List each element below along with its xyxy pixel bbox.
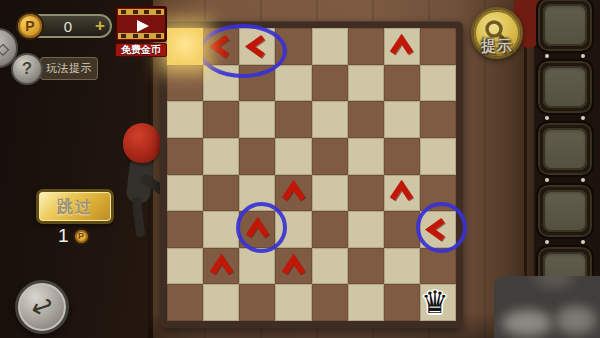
- video-player-icon: [115, 6, 167, 42]
- board-cell-r0c7[interactable]: [420, 28, 456, 65]
- board-cell-r2c7[interactable]: [420, 101, 456, 138]
- board-cell-r3c3[interactable]: [275, 138, 311, 175]
- item-slot-inner: [543, 190, 587, 232]
- board-cell-r0c0[interactable]: [167, 28, 203, 65]
- board-cell-r3c1[interactable]: [203, 138, 239, 175]
- board-cell-r2c0[interactable]: [167, 101, 203, 138]
- board-cell-r3c6[interactable]: [384, 138, 420, 175]
- board-cell-r1c5[interactable]: [348, 65, 384, 102]
- board-cell-r5c4[interactable]: [312, 211, 348, 248]
- how-to-play-label: 玩法提示: [40, 57, 98, 80]
- coin-counter-value: 0: [48, 16, 88, 36]
- add-coins-button[interactable]: +: [95, 15, 105, 37]
- board-cell-r2c2[interactable]: [239, 101, 275, 138]
- item-slot-inner: [543, 128, 587, 170]
- board-cell-r7c0[interactable]: [167, 284, 203, 321]
- game-screen: ♛ P 0 + ◇ 玩法提示 ? 免费金币 提示 跳过 1 P: [0, 0, 600, 338]
- board-cell-r3c0[interactable]: [167, 138, 203, 175]
- board-cell-r4c4[interactable]: [312, 175, 348, 212]
- coin-counter: P 0 +: [20, 14, 112, 38]
- diamond-icon: ◇: [0, 39, 9, 58]
- board-cell-r5c2[interactable]: [239, 211, 275, 248]
- play-icon: [137, 20, 149, 32]
- item-slot[interactable]: [536, 183, 594, 239]
- board-cell-r4c5[interactable]: [348, 175, 384, 212]
- board-cell-r7c5[interactable]: [348, 284, 384, 321]
- red-arrow-up-icon: [385, 30, 418, 63]
- board-cell-r1c0[interactable]: [167, 65, 203, 102]
- doll-red-head: [123, 123, 161, 163]
- red-arrow-up-icon: [205, 250, 238, 283]
- skip-button[interactable]: 跳过: [36, 189, 114, 224]
- board-grid: ♛: [167, 28, 456, 321]
- board-cell-r3c2[interactable]: [239, 138, 275, 175]
- skip-cost: 1 P: [58, 225, 90, 247]
- undo-arrow-icon: ↩: [27, 291, 57, 324]
- board-cell-r6c7[interactable]: [420, 248, 456, 285]
- red-arrow-left-icon: [421, 213, 454, 246]
- board-cell-r1c4[interactable]: [312, 65, 348, 102]
- item-slot-inner: [543, 66, 587, 108]
- back-undo-button[interactable]: ↩: [15, 280, 69, 334]
- board-cell-r3c5[interactable]: [348, 138, 384, 175]
- hint-button-label: 提示: [471, 37, 523, 56]
- board-cell-r1c7[interactable]: [420, 65, 456, 102]
- red-arrow-up-icon: [277, 250, 310, 283]
- board-cell-r2c6[interactable]: [384, 101, 420, 138]
- board-cell-r5c6[interactable]: [384, 211, 420, 248]
- puzzle-board: ♛: [160, 21, 463, 328]
- board-cell-r7c7[interactable]: ♛: [420, 284, 456, 321]
- skip-cost-value: 1: [58, 225, 69, 247]
- board-cell-r0c2[interactable]: [239, 28, 275, 65]
- board-cell-r6c0[interactable]: [167, 248, 203, 285]
- board-cell-r4c2[interactable]: [239, 175, 275, 212]
- board-cell-r4c0[interactable]: [167, 175, 203, 212]
- p-coin-small-icon: P: [73, 228, 90, 245]
- item-slot[interactable]: [536, 121, 594, 177]
- p-coin-icon: P: [16, 12, 44, 40]
- board-cell-r4c6[interactable]: [384, 175, 420, 212]
- board-cell-r0c4[interactable]: [312, 28, 348, 65]
- board-cell-r2c4[interactable]: [312, 101, 348, 138]
- item-slot[interactable]: [536, 59, 594, 115]
- board-cell-r7c4[interactable]: [312, 284, 348, 321]
- board-cell-r0c3[interactable]: [275, 28, 311, 65]
- board-cell-r6c2[interactable]: [239, 248, 275, 285]
- board-cell-r1c3[interactable]: [275, 65, 311, 102]
- free-coins-label: 免费金币: [115, 43, 167, 57]
- red-arrow-left-icon: [241, 30, 274, 63]
- board-cell-r5c7[interactable]: [420, 211, 456, 248]
- board-cell-r0c5[interactable]: [348, 28, 384, 65]
- item-slot[interactable]: [536, 0, 594, 53]
- board-cell-r7c2[interactable]: [239, 284, 275, 321]
- red-arrow-up-icon: [277, 176, 310, 209]
- board-cell-r5c1[interactable]: [203, 211, 239, 248]
- board-cell-r5c0[interactable]: [167, 211, 203, 248]
- board-cell-r1c6[interactable]: [384, 65, 420, 102]
- item-slot-column: [536, 0, 594, 301]
- board-cell-r4c3[interactable]: [275, 175, 311, 212]
- board-cell-r6c6[interactable]: [384, 248, 420, 285]
- board-cell-r3c7[interactable]: [420, 138, 456, 175]
- black-queen-piece: ♛: [421, 287, 449, 318]
- board-cell-r7c3[interactable]: [275, 284, 311, 321]
- blurred-corner-overlay: [494, 276, 600, 338]
- board-cell-r6c1[interactable]: [203, 248, 239, 285]
- red-arrow-up-icon: [241, 213, 274, 246]
- red-arrow-left-icon: [205, 30, 238, 63]
- board-cell-r7c6[interactable]: [384, 284, 420, 321]
- item-slot-inner: [543, 4, 587, 46]
- board-cell-r5c5[interactable]: [348, 211, 384, 248]
- board-cell-r6c4[interactable]: [312, 248, 348, 285]
- board-cell-r6c5[interactable]: [348, 248, 384, 285]
- how-to-play-button[interactable]: ?: [11, 53, 43, 85]
- board-cell-r1c2[interactable]: [239, 65, 275, 102]
- board-cell-r3c4[interactable]: [312, 138, 348, 175]
- red-arrow-up-icon: [385, 176, 418, 209]
- board-cell-r6c3[interactable]: [275, 248, 311, 285]
- board-cell-r5c3[interactable]: [275, 211, 311, 248]
- board-cell-r0c6[interactable]: [384, 28, 420, 65]
- free-coins-ad-button[interactable]: 免费金币: [115, 6, 167, 57]
- board-cell-r2c5[interactable]: [348, 101, 384, 138]
- board-cell-r1c1[interactable]: [203, 65, 239, 102]
- board-cell-r2c3[interactable]: [275, 101, 311, 138]
- board-cell-r2c1[interactable]: [203, 101, 239, 138]
- board-cell-r7c1[interactable]: [203, 284, 239, 321]
- board-cell-r4c7[interactable]: [420, 175, 456, 212]
- board-cell-r0c1[interactable]: [203, 28, 239, 65]
- board-cell-r4c1[interactable]: [203, 175, 239, 212]
